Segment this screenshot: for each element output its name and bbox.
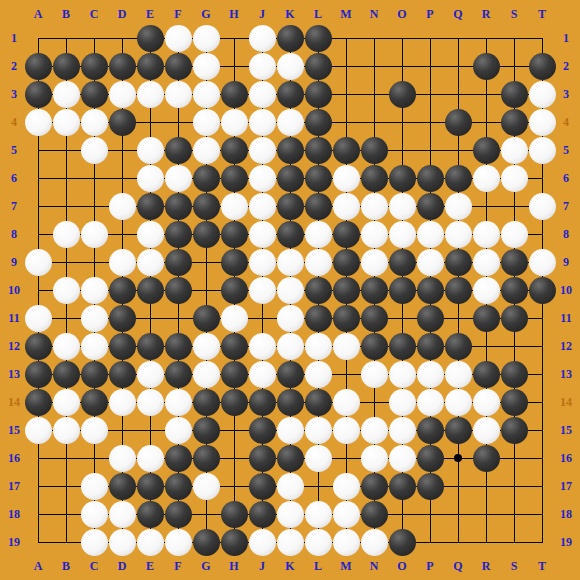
white-stone[interactable] xyxy=(361,221,388,248)
black-stone[interactable] xyxy=(165,473,192,500)
black-stone[interactable] xyxy=(109,277,136,304)
black-stone[interactable] xyxy=(305,81,332,108)
white-stone[interactable] xyxy=(25,305,52,332)
white-stone[interactable] xyxy=(305,529,332,556)
black-stone[interactable] xyxy=(109,333,136,360)
white-stone[interactable] xyxy=(249,109,276,136)
black-stone[interactable] xyxy=(417,277,444,304)
black-stone[interactable] xyxy=(221,501,248,528)
white-stone[interactable] xyxy=(193,109,220,136)
white-stone[interactable] xyxy=(529,109,556,136)
column-label-top: G xyxy=(195,7,217,21)
white-stone[interactable] xyxy=(501,221,528,248)
white-stone[interactable] xyxy=(361,361,388,388)
black-stone[interactable] xyxy=(193,417,220,444)
black-stone[interactable] xyxy=(501,305,528,332)
white-stone[interactable] xyxy=(81,333,108,360)
white-stone[interactable] xyxy=(137,221,164,248)
white-stone[interactable] xyxy=(249,81,276,108)
white-stone[interactable] xyxy=(501,165,528,192)
black-stone[interactable] xyxy=(277,221,304,248)
black-stone[interactable] xyxy=(165,53,192,80)
black-stone[interactable] xyxy=(81,389,108,416)
white-stone[interactable] xyxy=(249,25,276,52)
white-stone[interactable] xyxy=(277,53,304,80)
row-label-left: 8 xyxy=(3,227,25,241)
white-stone[interactable] xyxy=(333,165,360,192)
white-stone[interactable] xyxy=(109,501,136,528)
row-label-right: 10 xyxy=(555,283,577,297)
column-label-top: R xyxy=(475,7,497,21)
white-stone[interactable] xyxy=(137,137,164,164)
black-stone[interactable] xyxy=(445,165,472,192)
black-stone[interactable] xyxy=(25,53,52,80)
black-stone[interactable] xyxy=(81,361,108,388)
black-stone[interactable] xyxy=(445,249,472,276)
column-label-top: S xyxy=(503,7,525,21)
column-label-bottom: Q xyxy=(447,559,469,573)
white-stone[interactable] xyxy=(193,473,220,500)
black-stone[interactable] xyxy=(389,529,416,556)
black-stone[interactable] xyxy=(53,53,80,80)
white-stone[interactable] xyxy=(277,473,304,500)
black-stone[interactable] xyxy=(305,25,332,52)
white-stone[interactable] xyxy=(277,529,304,556)
black-stone[interactable] xyxy=(501,109,528,136)
black-stone[interactable] xyxy=(501,277,528,304)
black-stone[interactable] xyxy=(221,249,248,276)
column-label-top: C xyxy=(83,7,105,21)
white-stone[interactable] xyxy=(529,193,556,220)
white-stone[interactable] xyxy=(361,193,388,220)
black-stone[interactable] xyxy=(165,137,192,164)
white-stone[interactable] xyxy=(137,445,164,472)
white-stone[interactable] xyxy=(445,221,472,248)
white-stone[interactable] xyxy=(81,473,108,500)
black-stone[interactable] xyxy=(361,305,388,332)
black-stone[interactable] xyxy=(473,305,500,332)
column-label-bottom: J xyxy=(251,559,273,573)
black-stone[interactable] xyxy=(389,473,416,500)
black-stone[interactable] xyxy=(361,277,388,304)
black-stone[interactable] xyxy=(137,501,164,528)
black-stone[interactable] xyxy=(137,53,164,80)
black-stone[interactable] xyxy=(25,361,52,388)
black-stone[interactable] xyxy=(193,165,220,192)
row-label-left: 2 xyxy=(3,59,25,73)
black-stone[interactable] xyxy=(109,109,136,136)
white-stone[interactable] xyxy=(249,221,276,248)
white-stone[interactable] xyxy=(165,81,192,108)
row-label-left: 12 xyxy=(3,339,25,353)
white-stone[interactable] xyxy=(81,417,108,444)
black-stone[interactable] xyxy=(165,277,192,304)
black-stone[interactable] xyxy=(277,81,304,108)
black-stone[interactable] xyxy=(25,333,52,360)
black-stone[interactable] xyxy=(473,53,500,80)
white-stone[interactable] xyxy=(137,81,164,108)
white-stone[interactable] xyxy=(165,25,192,52)
white-stone[interactable] xyxy=(165,417,192,444)
white-stone[interactable] xyxy=(305,221,332,248)
white-stone[interactable] xyxy=(333,389,360,416)
column-label-bottom: B xyxy=(55,559,77,573)
black-stone[interactable] xyxy=(25,81,52,108)
black-stone[interactable] xyxy=(389,333,416,360)
black-stone[interactable] xyxy=(277,361,304,388)
row-label-right: 18 xyxy=(555,507,577,521)
black-stone[interactable] xyxy=(417,305,444,332)
white-stone[interactable] xyxy=(333,529,360,556)
black-stone[interactable] xyxy=(361,333,388,360)
black-stone[interactable] xyxy=(193,305,220,332)
black-stone[interactable] xyxy=(305,305,332,332)
black-stone[interactable] xyxy=(445,417,472,444)
black-stone[interactable] xyxy=(417,193,444,220)
black-stone[interactable] xyxy=(221,529,248,556)
white-stone[interactable] xyxy=(81,305,108,332)
row-label-left: 17 xyxy=(3,479,25,493)
row-label-right: 2 xyxy=(555,59,577,73)
white-stone[interactable] xyxy=(193,333,220,360)
white-stone[interactable] xyxy=(81,221,108,248)
white-stone[interactable] xyxy=(137,361,164,388)
black-stone[interactable] xyxy=(277,445,304,472)
column-label-top: A xyxy=(27,7,49,21)
black-stone[interactable] xyxy=(417,445,444,472)
row-label-left: 11 xyxy=(3,311,25,325)
row-label-right: 16 xyxy=(555,451,577,465)
white-stone[interactable] xyxy=(417,361,444,388)
white-stone[interactable] xyxy=(389,193,416,220)
black-stone[interactable] xyxy=(193,389,220,416)
white-stone[interactable] xyxy=(249,165,276,192)
row-label-left: 14 xyxy=(3,395,25,409)
black-stone[interactable] xyxy=(249,417,276,444)
white-stone[interactable] xyxy=(165,529,192,556)
white-stone[interactable] xyxy=(193,25,220,52)
black-stone[interactable] xyxy=(165,361,192,388)
black-stone[interactable] xyxy=(81,81,108,108)
white-stone[interactable] xyxy=(53,277,80,304)
black-stone[interactable] xyxy=(501,249,528,276)
black-stone[interactable] xyxy=(417,417,444,444)
white-stone[interactable] xyxy=(473,249,500,276)
white-stone[interactable] xyxy=(333,473,360,500)
white-stone[interactable] xyxy=(445,389,472,416)
black-stone[interactable] xyxy=(361,473,388,500)
white-stone[interactable] xyxy=(249,361,276,388)
black-stone[interactable] xyxy=(25,389,52,416)
black-stone[interactable] xyxy=(137,333,164,360)
row-label-right: 4 xyxy=(555,115,577,129)
column-label-top: F xyxy=(167,7,189,21)
black-stone[interactable] xyxy=(417,473,444,500)
black-stone[interactable] xyxy=(529,277,556,304)
white-stone[interactable] xyxy=(137,529,164,556)
white-stone[interactable] xyxy=(109,249,136,276)
black-stone[interactable] xyxy=(221,333,248,360)
white-stone[interactable] xyxy=(25,417,52,444)
black-stone[interactable] xyxy=(389,165,416,192)
black-stone[interactable] xyxy=(193,445,220,472)
white-stone[interactable] xyxy=(445,193,472,220)
white-stone[interactable] xyxy=(53,81,80,108)
white-stone[interactable] xyxy=(305,361,332,388)
white-stone[interactable] xyxy=(81,529,108,556)
black-stone[interactable] xyxy=(53,361,80,388)
black-stone[interactable] xyxy=(305,137,332,164)
black-stone[interactable] xyxy=(305,53,332,80)
black-stone[interactable] xyxy=(417,165,444,192)
black-stone[interactable] xyxy=(473,361,500,388)
black-stone[interactable] xyxy=(137,193,164,220)
row-label-right: 13 xyxy=(555,367,577,381)
column-label-bottom: O xyxy=(391,559,413,573)
white-stone[interactable] xyxy=(193,137,220,164)
row-label-right: 17 xyxy=(555,479,577,493)
black-stone[interactable] xyxy=(249,501,276,528)
black-stone[interactable] xyxy=(445,277,472,304)
black-stone[interactable] xyxy=(165,193,192,220)
white-stone[interactable] xyxy=(221,109,248,136)
black-stone[interactable] xyxy=(193,221,220,248)
column-label-bottom: F xyxy=(167,559,189,573)
white-stone[interactable] xyxy=(193,361,220,388)
white-stone[interactable] xyxy=(165,389,192,416)
white-stone[interactable] xyxy=(445,361,472,388)
black-stone[interactable] xyxy=(221,389,248,416)
black-stone[interactable] xyxy=(529,53,556,80)
row-label-right: 1 xyxy=(555,31,577,45)
column-label-top: P xyxy=(419,7,441,21)
white-stone[interactable] xyxy=(277,305,304,332)
black-stone[interactable] xyxy=(249,389,276,416)
black-stone[interactable] xyxy=(221,165,248,192)
white-stone[interactable] xyxy=(193,53,220,80)
white-stone[interactable] xyxy=(193,81,220,108)
black-stone[interactable] xyxy=(389,249,416,276)
row-label-left: 15 xyxy=(3,423,25,437)
white-stone[interactable] xyxy=(333,333,360,360)
black-stone[interactable] xyxy=(137,473,164,500)
column-label-bottom: A xyxy=(27,559,49,573)
black-stone[interactable] xyxy=(389,277,416,304)
row-label-right: 6 xyxy=(555,171,577,185)
black-stone[interactable] xyxy=(165,221,192,248)
white-stone[interactable] xyxy=(361,529,388,556)
black-stone[interactable] xyxy=(305,389,332,416)
black-stone[interactable] xyxy=(193,193,220,220)
white-stone[interactable] xyxy=(529,81,556,108)
white-stone[interactable] xyxy=(389,389,416,416)
black-stone[interactable] xyxy=(277,193,304,220)
white-stone[interactable] xyxy=(389,445,416,472)
white-stone[interactable] xyxy=(137,165,164,192)
white-stone[interactable] xyxy=(249,137,276,164)
black-stone[interactable] xyxy=(249,473,276,500)
black-stone[interactable] xyxy=(165,249,192,276)
white-stone[interactable] xyxy=(277,109,304,136)
black-stone[interactable] xyxy=(277,137,304,164)
white-stone[interactable] xyxy=(473,165,500,192)
white-stone[interactable] xyxy=(417,249,444,276)
white-stone[interactable] xyxy=(53,221,80,248)
black-stone[interactable] xyxy=(109,473,136,500)
white-stone[interactable] xyxy=(361,249,388,276)
black-stone[interactable] xyxy=(501,81,528,108)
white-stone[interactable] xyxy=(473,417,500,444)
white-stone[interactable] xyxy=(249,277,276,304)
black-stone[interactable] xyxy=(277,389,304,416)
white-stone[interactable] xyxy=(417,221,444,248)
white-stone[interactable] xyxy=(305,333,332,360)
white-stone[interactable] xyxy=(277,277,304,304)
white-stone[interactable] xyxy=(305,445,332,472)
row-label-right: 7 xyxy=(555,199,577,213)
white-stone[interactable] xyxy=(109,445,136,472)
black-stone[interactable] xyxy=(473,137,500,164)
white-stone[interactable] xyxy=(249,53,276,80)
go-board[interactable]: AABBCCDDEEFFGGHHJJKKLLMMNNOOPPQQRRSSTT11… xyxy=(0,0,580,580)
black-stone[interactable] xyxy=(417,333,444,360)
white-stone[interactable] xyxy=(109,81,136,108)
column-label-top: M xyxy=(335,7,357,21)
black-stone[interactable] xyxy=(501,417,528,444)
column-label-bottom: H xyxy=(223,559,245,573)
white-stone[interactable] xyxy=(417,389,444,416)
white-stone[interactable] xyxy=(25,109,52,136)
white-stone[interactable] xyxy=(361,445,388,472)
white-stone[interactable] xyxy=(473,221,500,248)
white-stone[interactable] xyxy=(249,193,276,220)
black-stone[interactable] xyxy=(333,249,360,276)
white-stone[interactable] xyxy=(81,501,108,528)
white-stone[interactable] xyxy=(333,193,360,220)
black-stone[interactable] xyxy=(277,25,304,52)
black-stone[interactable] xyxy=(333,277,360,304)
white-stone[interactable] xyxy=(53,389,80,416)
black-stone[interactable] xyxy=(165,501,192,528)
black-stone[interactable] xyxy=(361,501,388,528)
row-label-left: 13 xyxy=(3,367,25,381)
black-stone[interactable] xyxy=(333,221,360,248)
white-stone[interactable] xyxy=(277,501,304,528)
column-label-bottom: C xyxy=(83,559,105,573)
white-stone[interactable] xyxy=(137,249,164,276)
row-label-right: 8 xyxy=(555,227,577,241)
white-stone[interactable] xyxy=(81,137,108,164)
black-stone[interactable] xyxy=(249,445,276,472)
black-stone[interactable] xyxy=(137,277,164,304)
white-stone[interactable] xyxy=(53,333,80,360)
white-stone[interactable] xyxy=(305,249,332,276)
black-stone[interactable] xyxy=(137,25,164,52)
black-stone[interactable] xyxy=(221,361,248,388)
black-stone[interactable] xyxy=(109,53,136,80)
white-stone[interactable] xyxy=(137,389,164,416)
white-stone[interactable] xyxy=(249,249,276,276)
black-stone[interactable] xyxy=(361,165,388,192)
black-stone[interactable] xyxy=(109,305,136,332)
black-stone[interactable] xyxy=(473,445,500,472)
white-stone[interactable] xyxy=(333,417,360,444)
white-stone[interactable] xyxy=(501,137,528,164)
row-label-left: 19 xyxy=(3,535,25,549)
black-stone[interactable] xyxy=(361,137,388,164)
white-stone[interactable] xyxy=(305,417,332,444)
white-stone[interactable] xyxy=(249,529,276,556)
white-stone[interactable] xyxy=(389,417,416,444)
white-stone[interactable] xyxy=(333,501,360,528)
column-label-top: D xyxy=(111,7,133,21)
white-stone[interactable] xyxy=(109,389,136,416)
row-label-right: 3 xyxy=(555,87,577,101)
white-stone[interactable] xyxy=(249,333,276,360)
black-stone[interactable] xyxy=(193,529,220,556)
white-stone[interactable] xyxy=(25,249,52,276)
black-stone[interactable] xyxy=(445,333,472,360)
white-stone[interactable] xyxy=(221,193,248,220)
white-stone[interactable] xyxy=(221,305,248,332)
white-stone[interactable] xyxy=(277,249,304,276)
white-stone[interactable] xyxy=(165,165,192,192)
white-stone[interactable] xyxy=(389,361,416,388)
white-stone[interactable] xyxy=(109,193,136,220)
white-stone[interactable] xyxy=(81,109,108,136)
row-label-right: 14 xyxy=(555,395,577,409)
white-stone[interactable] xyxy=(277,333,304,360)
white-stone[interactable] xyxy=(529,249,556,276)
black-stone[interactable] xyxy=(305,165,332,192)
white-stone[interactable] xyxy=(53,109,80,136)
black-stone[interactable] xyxy=(305,277,332,304)
white-stone[interactable] xyxy=(305,501,332,528)
white-stone[interactable] xyxy=(361,417,388,444)
column-label-top: N xyxy=(363,7,385,21)
black-stone[interactable] xyxy=(165,445,192,472)
white-stone[interactable] xyxy=(473,389,500,416)
black-stone[interactable] xyxy=(501,389,528,416)
white-stone[interactable] xyxy=(81,277,108,304)
black-stone[interactable] xyxy=(109,361,136,388)
black-stone[interactable] xyxy=(333,305,360,332)
black-stone[interactable] xyxy=(221,81,248,108)
column-label-bottom: N xyxy=(363,559,385,573)
white-stone[interactable] xyxy=(109,529,136,556)
black-stone[interactable] xyxy=(445,109,472,136)
black-stone[interactable] xyxy=(305,109,332,136)
black-stone[interactable] xyxy=(333,137,360,164)
white-stone[interactable] xyxy=(473,277,500,304)
black-stone[interactable] xyxy=(81,53,108,80)
black-stone[interactable] xyxy=(221,137,248,164)
black-stone[interactable] xyxy=(501,361,528,388)
column-label-bottom: R xyxy=(475,559,497,573)
white-stone[interactable] xyxy=(529,137,556,164)
black-stone[interactable] xyxy=(305,193,332,220)
black-stone[interactable] xyxy=(277,165,304,192)
black-stone[interactable] xyxy=(221,221,248,248)
white-stone[interactable] xyxy=(53,417,80,444)
black-stone[interactable] xyxy=(165,333,192,360)
row-label-left: 7 xyxy=(3,199,25,213)
white-stone[interactable] xyxy=(389,221,416,248)
white-stone[interactable] xyxy=(277,417,304,444)
column-label-bottom: E xyxy=(139,559,161,573)
black-stone[interactable] xyxy=(221,277,248,304)
black-stone[interactable] xyxy=(389,81,416,108)
